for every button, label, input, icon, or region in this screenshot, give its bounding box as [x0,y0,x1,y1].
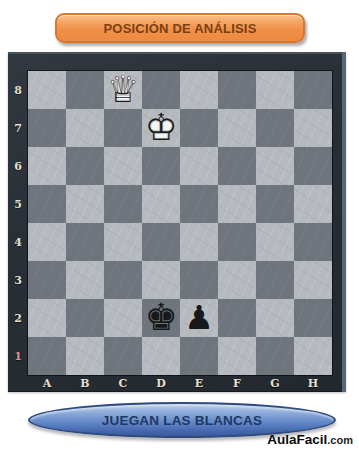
chess-board: 87654321 ♛♕♚♔♚♟ ABCDEFGH [8,52,346,392]
square-g3 [256,261,294,299]
rank-label-2: 2 [8,299,28,337]
square-b5 [66,185,104,223]
square-g6 [256,147,294,185]
square-a4 [28,223,66,261]
square-d8 [142,71,180,109]
square-d1 [142,337,180,375]
square-c4 [104,223,142,261]
square-b2 [66,299,104,337]
square-d2: ♚ [142,299,180,337]
square-f5 [218,185,256,223]
square-f7 [218,109,256,147]
rank-label-1: 1 [8,337,28,375]
white-king-icon: ♔ [142,109,180,147]
square-b7 [66,109,104,147]
square-e1 [180,337,218,375]
square-h8 [294,71,332,109]
square-f1 [218,337,256,375]
file-label-h: H [294,375,332,392]
square-c1 [104,337,142,375]
square-g5 [256,185,294,223]
file-label-d: D [142,375,180,392]
square-d6 [142,147,180,185]
file-label-e: E [180,375,218,392]
square-a8 [28,71,66,109]
square-a2 [28,299,66,337]
square-g1 [256,337,294,375]
rank-labels: 87654321 [8,71,28,375]
square-f3 [218,261,256,299]
square-g2 [256,299,294,337]
square-e4 [180,223,218,261]
piece-white-queen-c8: ♛♕ [104,71,142,109]
square-d5 [142,185,180,223]
square-h7 [294,109,332,147]
square-e2: ♟ [180,299,218,337]
white-queen-icon: ♕ [104,71,142,109]
square-b3 [66,261,104,299]
square-e3 [180,261,218,299]
square-d3 [142,261,180,299]
rank-label-5: 5 [8,185,28,223]
file-label-c: C [104,375,142,392]
file-label-g: G [256,375,294,392]
square-f4 [218,223,256,261]
square-h1 [294,337,332,375]
branding: AulaFacil.com [267,430,353,448]
rank-label-7: 7 [8,109,28,147]
square-b4 [66,223,104,261]
square-a5 [28,185,66,223]
file-label-b: B [66,375,104,392]
square-h2 [294,299,332,337]
square-h4 [294,223,332,261]
square-c2 [104,299,142,337]
branding-tld: .com [327,434,353,446]
square-g7 [256,109,294,147]
square-h5 [294,185,332,223]
piece-white-king-d7: ♚♔ [142,109,180,147]
square-c6 [104,147,142,185]
square-c8: ♛♕ [104,71,142,109]
square-e5 [180,185,218,223]
square-b6 [66,147,104,185]
square-f2 [218,299,256,337]
square-e6 [180,147,218,185]
white-to-move-label: JUEGAN LAS BLANCAS [102,413,262,428]
square-e7 [180,109,218,147]
file-label-f: F [218,375,256,392]
square-c5 [104,185,142,223]
square-a6 [28,147,66,185]
file-label-a: A [28,375,66,392]
square-c7 [104,109,142,147]
square-b8 [66,71,104,109]
square-f8 [218,71,256,109]
square-a7 [28,109,66,147]
rank-label-8: 8 [8,71,28,109]
square-a3 [28,261,66,299]
rank-label-3: 3 [8,261,28,299]
rank-label-4: 4 [8,223,28,261]
chess-board-grid: ♛♕♚♔♚♟ [28,71,332,375]
rank-label-6: 6 [8,147,28,185]
square-c3 [104,261,142,299]
branding-name: AulaFacil [267,432,327,447]
square-g4 [256,223,294,261]
square-d7: ♚♔ [142,109,180,147]
square-h6 [294,147,332,185]
square-f6 [218,147,256,185]
piece-black-pawn-e2: ♟ [180,299,218,337]
analysis-position-banner: POSICIÓN DE ANÁLISIS [55,13,305,43]
analysis-position-label: POSICIÓN DE ANÁLISIS [103,21,256,36]
square-e8 [180,71,218,109]
square-d4 [142,223,180,261]
file-labels: ABCDEFGH [28,375,332,392]
square-a1 [28,337,66,375]
square-h3 [294,261,332,299]
square-g8 [256,71,294,109]
square-b1 [66,337,104,375]
piece-black-king-d2: ♚ [142,299,180,337]
